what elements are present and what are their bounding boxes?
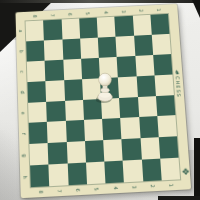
- square[interactable]: [27, 81, 46, 103]
- square[interactable]: [29, 143, 48, 165]
- dark-backdrop-edge: [194, 138, 200, 200]
- square[interactable]: [141, 159, 161, 182]
- square[interactable]: [98, 37, 117, 58]
- square[interactable]: [103, 139, 123, 161]
- coordinate-label: 5: [93, 187, 99, 191]
- square[interactable]: [85, 140, 105, 162]
- coordinate-label: 6: [75, 188, 81, 192]
- coordinate-label: h: [22, 175, 28, 179]
- square[interactable]: [46, 100, 65, 122]
- square[interactable]: [104, 161, 124, 184]
- square[interactable]: [61, 19, 80, 40]
- square[interactable]: [102, 118, 122, 140]
- coordinate-label: 7: [49, 14, 55, 17]
- square[interactable]: [26, 20, 45, 41]
- coordinate-label: 1: [156, 8, 162, 11]
- square[interactable]: [43, 20, 62, 41]
- square[interactable]: [45, 59, 64, 80]
- coordinate-label: a: [18, 30, 24, 33]
- coordinate-label: 2: [138, 9, 144, 12]
- coordinate-label: g: [22, 153, 28, 157]
- brand-text: CHESS: [174, 76, 182, 98]
- square[interactable]: [156, 95, 176, 117]
- corner-emblem-icon: ❖: [180, 166, 191, 177]
- coordinate-label: 2: [149, 184, 155, 188]
- coordinate-label: e: [20, 111, 26, 114]
- square[interactable]: [136, 75, 156, 97]
- square[interactable]: [44, 39, 63, 60]
- square[interactable]: [159, 137, 179, 159]
- square[interactable]: [115, 16, 134, 37]
- square[interactable]: [26, 40, 45, 61]
- square[interactable]: [29, 122, 48, 144]
- square[interactable]: [120, 117, 140, 139]
- coordinate-label: f: [21, 133, 27, 135]
- square[interactable]: [27, 60, 46, 81]
- square[interactable]: [62, 38, 81, 59]
- square[interactable]: [66, 141, 85, 163]
- coordinate-label: 7: [56, 189, 62, 193]
- coordinate-label: 8: [37, 190, 43, 194]
- square[interactable]: [80, 38, 99, 59]
- square[interactable]: [119, 97, 139, 119]
- square[interactable]: [65, 99, 84, 121]
- square[interactable]: [139, 116, 159, 138]
- square[interactable]: [153, 54, 173, 75]
- square[interactable]: [134, 35, 153, 56]
- square[interactable]: [152, 34, 171, 55]
- square[interactable]: [118, 76, 137, 98]
- coordinate-label: 8: [31, 15, 37, 18]
- square[interactable]: [160, 158, 180, 181]
- square[interactable]: [122, 138, 142, 160]
- coordinate-label: 1: [168, 183, 174, 187]
- square[interactable]: [97, 17, 116, 38]
- square[interactable]: [65, 120, 84, 142]
- square[interactable]: [67, 163, 87, 186]
- square[interactable]: [135, 55, 154, 76]
- coordinate-label: 4: [102, 11, 108, 14]
- coordinate-label: 3: [131, 185, 137, 189]
- square[interactable]: [117, 56, 136, 77]
- square[interactable]: [150, 14, 169, 35]
- square[interactable]: [123, 160, 143, 183]
- white-pawn[interactable]: [96, 70, 114, 104]
- square[interactable]: [157, 115, 177, 137]
- square[interactable]: [63, 59, 82, 80]
- brand-marking: ♞CHESS: [173, 68, 182, 98]
- coordinate-label: d: [20, 91, 26, 94]
- square[interactable]: [64, 79, 83, 101]
- square[interactable]: [137, 96, 157, 118]
- square[interactable]: [154, 74, 174, 96]
- square[interactable]: [30, 165, 49, 188]
- coordinate-label: 5: [85, 12, 91, 15]
- square[interactable]: [84, 119, 103, 141]
- square[interactable]: [49, 164, 68, 187]
- coordinate-label: b: [19, 50, 25, 53]
- square[interactable]: [116, 36, 135, 57]
- square[interactable]: [132, 15, 151, 36]
- square[interactable]: [28, 101, 47, 123]
- square[interactable]: [48, 142, 67, 164]
- coordinate-label: 4: [112, 186, 118, 190]
- coordinate-label: 3: [120, 10, 126, 13]
- coordinate-label: c: [19, 70, 25, 73]
- coordinate-label: 6: [67, 13, 73, 16]
- scene: 87654321 abcdefgh ♞CHESS ❖ 87654321: [0, 0, 200, 200]
- dark-backdrop-edge: [158, 196, 200, 200]
- square[interactable]: [86, 162, 106, 185]
- square[interactable]: [46, 80, 65, 102]
- square[interactable]: [79, 18, 98, 39]
- square[interactable]: [140, 137, 160, 159]
- square[interactable]: [47, 121, 66, 143]
